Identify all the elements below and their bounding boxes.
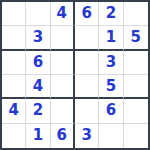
sudoku-board: 4623156345426163: [0, 0, 150, 150]
sudoku-cell[interactable]: [75, 99, 99, 123]
sudoku-cell[interactable]: [124, 75, 148, 99]
sudoku-cell[interactable]: [51, 99, 75, 123]
sudoku-cell[interactable]: 4: [26, 75, 50, 99]
sudoku-cell[interactable]: 6: [75, 2, 99, 26]
sudoku-cell[interactable]: 6: [51, 124, 75, 148]
sudoku-cell[interactable]: [51, 75, 75, 99]
sudoku-cell[interactable]: 6: [99, 99, 123, 123]
sudoku-cell[interactable]: 1: [26, 124, 50, 148]
sudoku-cell[interactable]: 5: [124, 26, 148, 50]
sudoku-cell[interactable]: [2, 124, 26, 148]
sudoku-cell[interactable]: 6: [26, 51, 50, 75]
sudoku-cell[interactable]: [124, 99, 148, 123]
sudoku-cell[interactable]: [124, 2, 148, 26]
sudoku-cell[interactable]: [124, 51, 148, 75]
sudoku-cell[interactable]: 4: [51, 2, 75, 26]
sudoku-cell[interactable]: [2, 2, 26, 26]
sudoku-cell[interactable]: [26, 2, 50, 26]
sudoku-cell[interactable]: [124, 124, 148, 148]
sudoku-cell[interactable]: 2: [26, 99, 50, 123]
sudoku-cell[interactable]: 5: [99, 75, 123, 99]
sudoku-cell[interactable]: [75, 51, 99, 75]
sudoku-cell[interactable]: 1: [99, 26, 123, 50]
sudoku-cell[interactable]: 3: [75, 124, 99, 148]
sudoku-cell[interactable]: 4: [2, 99, 26, 123]
sudoku-cell[interactable]: [2, 51, 26, 75]
sudoku-cell[interactable]: [51, 51, 75, 75]
sudoku-cell[interactable]: [2, 26, 26, 50]
sudoku-cell[interactable]: [99, 124, 123, 148]
sudoku-cell[interactable]: 3: [26, 26, 50, 50]
sudoku-cell[interactable]: [2, 75, 26, 99]
sudoku-cell[interactable]: [51, 26, 75, 50]
sudoku-cell[interactable]: 2: [99, 2, 123, 26]
sudoku-cell[interactable]: [75, 26, 99, 50]
sudoku-cell[interactable]: 3: [99, 51, 123, 75]
sudoku-cell[interactable]: [75, 75, 99, 99]
